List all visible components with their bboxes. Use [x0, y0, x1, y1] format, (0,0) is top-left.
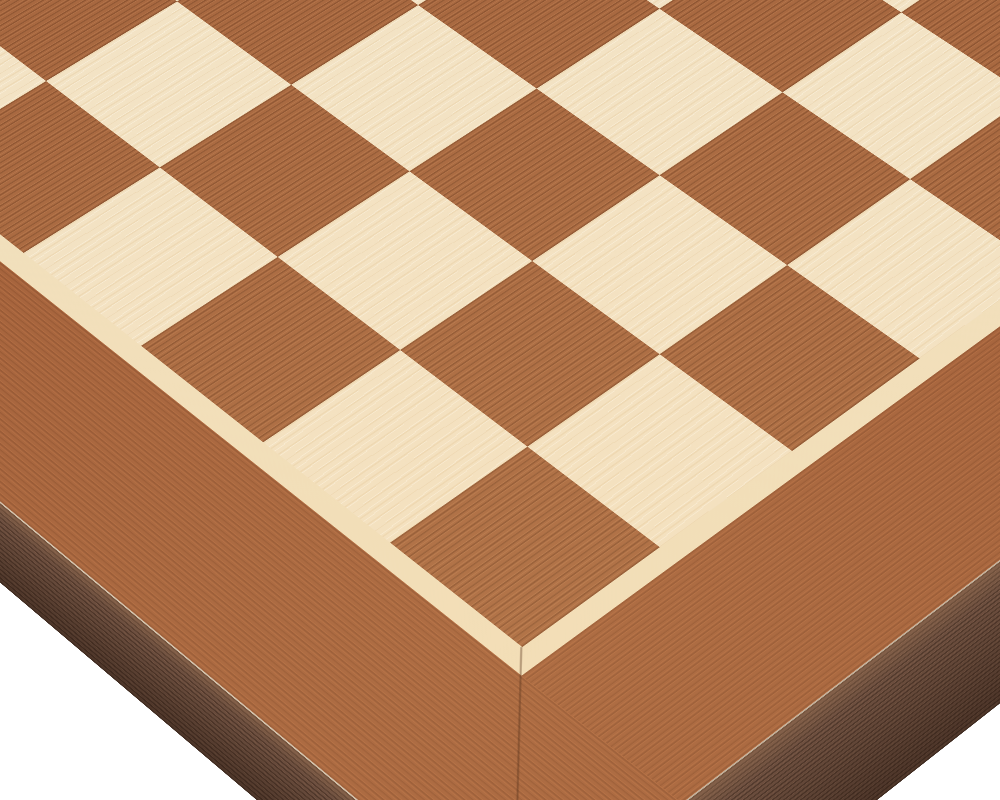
perspective-scene — [0, 0, 1000, 800]
chess-board — [0, 0, 1000, 800]
chessboard-product-photo — [0, 0, 1000, 800]
